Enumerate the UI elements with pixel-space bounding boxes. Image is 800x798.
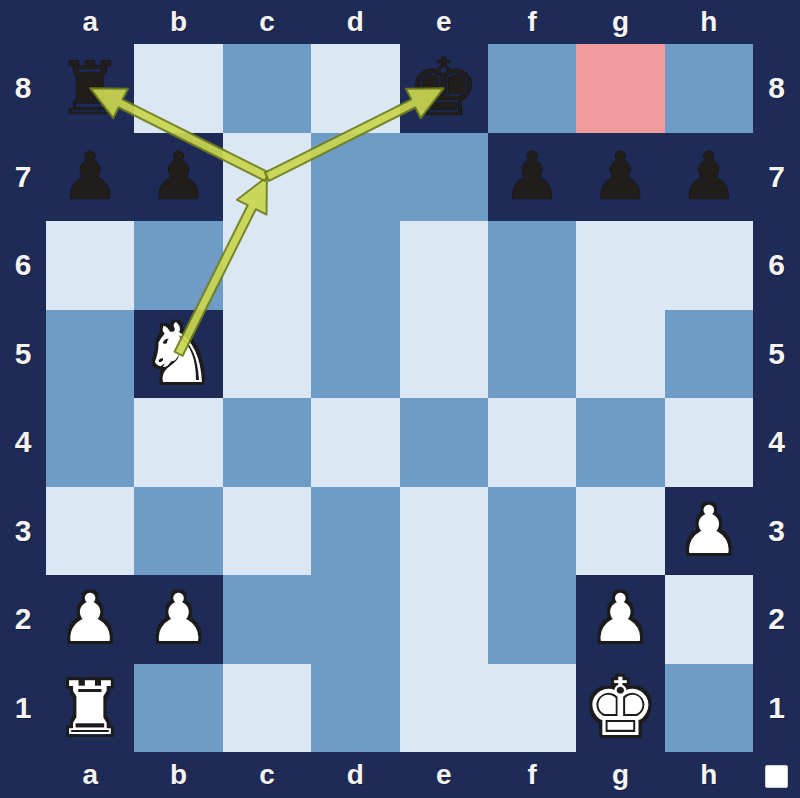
- coord-label-5: 5: [753, 310, 800, 399]
- square-c3[interactable]: [488, 575, 576, 664]
- white-pawn-h3[interactable]: ♟: [665, 487, 753, 576]
- square-e8[interactable]: [576, 44, 664, 133]
- square-f6[interactable]: [488, 310, 576, 399]
- square-a5[interactable]: [46, 398, 134, 487]
- square-b4[interactable]: [134, 487, 222, 576]
- black-rook-a8[interactable]: ♜: [46, 44, 134, 133]
- square-g5[interactable]: [576, 398, 664, 487]
- square-g4[interactable]: [576, 487, 664, 576]
- white-pawn-b2[interactable]: ♟: [134, 575, 222, 664]
- square-h8[interactable]: [311, 133, 399, 222]
- square-f8[interactable]: [665, 44, 753, 133]
- square-f7[interactable]: [400, 221, 488, 310]
- coord-label-6: 6: [753, 221, 800, 310]
- square-e7[interactable]: [311, 221, 399, 310]
- black-pawn-b7[interactable]: ♟: [134, 133, 222, 222]
- white-rook-a1[interactable]: ♜: [46, 664, 134, 753]
- square-h3[interactable]: [400, 664, 488, 753]
- coord-label-a: a: [46, 0, 134, 44]
- coord-label-h: h: [665, 0, 753, 44]
- square-e5[interactable]: [400, 398, 488, 487]
- square-g3[interactable]: [311, 664, 399, 753]
- square-d5[interactable]: [311, 398, 399, 487]
- chess-board: ♜♚♟♟♟♟♟♞♟♟♟♟♜♚: [46, 44, 753, 752]
- black-pawn-g7[interactable]: ♟: [576, 133, 664, 222]
- square-f5[interactable]: [488, 398, 576, 487]
- square-b5[interactable]: [134, 398, 222, 487]
- square-h5[interactable]: [665, 398, 753, 487]
- square-c5[interactable]: [223, 398, 311, 487]
- square-b3[interactable]: [400, 575, 488, 664]
- coord-label-4: 4: [753, 398, 800, 487]
- coord-label-c: c: [223, 0, 311, 44]
- white-pawn-a2[interactable]: ♟: [46, 575, 134, 664]
- coord-label-2: 2: [753, 575, 800, 664]
- square-a8[interactable]: [134, 44, 222, 133]
- square-c8[interactable]: [311, 44, 399, 133]
- coord-label-2: 2: [0, 575, 46, 664]
- coord-label-e: e: [400, 752, 488, 798]
- square-g7[interactable]: [488, 221, 576, 310]
- square-e3[interactable]: [134, 664, 222, 753]
- square-d4[interactable]: [311, 487, 399, 576]
- coord-label-5: 5: [0, 310, 46, 399]
- coord-label-3: 3: [753, 487, 800, 576]
- coord-label-4: 4: [0, 398, 46, 487]
- coord-label-f: f: [488, 0, 576, 44]
- file-labels-bottom: abcdefgh: [46, 752, 753, 798]
- coord-label-3: 3: [0, 487, 46, 576]
- coord-label-6: 6: [0, 221, 46, 310]
- chess-diagram: abcdefgh abcdefgh 87654321 87654321 ♜♚♟♟…: [0, 0, 800, 798]
- coord-label-7: 7: [753, 133, 800, 222]
- square-h4[interactable]: [223, 575, 311, 664]
- square-d3[interactable]: [665, 575, 753, 664]
- white-knight-b5[interactable]: ♞: [134, 310, 222, 399]
- square-d7[interactable]: [223, 221, 311, 310]
- square-a3[interactable]: [311, 575, 399, 664]
- square-e6[interactable]: [400, 310, 488, 399]
- white-pawn-g2[interactable]: ♟: [576, 575, 664, 664]
- square-a6[interactable]: [665, 221, 753, 310]
- black-pawn-f7[interactable]: ♟: [488, 133, 576, 222]
- white-to-move-indicator: [765, 765, 788, 788]
- coord-label-d: d: [311, 0, 399, 44]
- square-d6[interactable]: [311, 310, 399, 399]
- black-pawn-h7[interactable]: ♟: [665, 133, 753, 222]
- coord-label-8: 8: [753, 44, 800, 133]
- square-c7[interactable]: [134, 221, 222, 310]
- coord-label-d: d: [311, 752, 399, 798]
- coord-label-8: 8: [0, 44, 46, 133]
- square-g6[interactable]: [576, 310, 664, 399]
- square-h7[interactable]: [576, 221, 664, 310]
- coord-label-b: b: [134, 752, 222, 798]
- black-pawn-a7[interactable]: ♟: [46, 133, 134, 222]
- square-b6[interactable]: [46, 310, 134, 399]
- square-a2[interactable]: [488, 664, 576, 753]
- coord-label-g: g: [576, 752, 664, 798]
- coord-label-a: a: [46, 752, 134, 798]
- white-king-g1[interactable]: ♚: [576, 664, 664, 753]
- square-b8[interactable]: [223, 44, 311, 133]
- square-d8[interactable]: [488, 44, 576, 133]
- square-b2[interactable]: [665, 664, 753, 753]
- square-f4[interactable]: [488, 487, 576, 576]
- coord-label-h: h: [665, 752, 753, 798]
- square-c4[interactable]: [223, 487, 311, 576]
- rank-labels-right: 87654321: [753, 44, 800, 752]
- coord-label-1: 1: [753, 664, 800, 753]
- square-f3[interactable]: [223, 664, 311, 753]
- file-labels-top: abcdefgh: [46, 0, 753, 44]
- square-g8[interactable]: [223, 133, 311, 222]
- square-h6[interactable]: [665, 310, 753, 399]
- coord-label-f: f: [488, 752, 576, 798]
- coord-label-g: g: [576, 0, 664, 44]
- coord-label-7: 7: [0, 133, 46, 222]
- coord-label-1: 1: [0, 664, 46, 753]
- black-king-e8[interactable]: ♚: [400, 44, 488, 133]
- square-a7[interactable]: [400, 133, 488, 222]
- square-a4[interactable]: [46, 487, 134, 576]
- coord-label-b: b: [134, 0, 222, 44]
- square-e4[interactable]: [400, 487, 488, 576]
- coord-label-c: c: [223, 752, 311, 798]
- square-b7[interactable]: [46, 221, 134, 310]
- square-c6[interactable]: [223, 310, 311, 399]
- rank-labels-left: 87654321: [0, 44, 46, 752]
- coord-label-e: e: [400, 0, 488, 44]
